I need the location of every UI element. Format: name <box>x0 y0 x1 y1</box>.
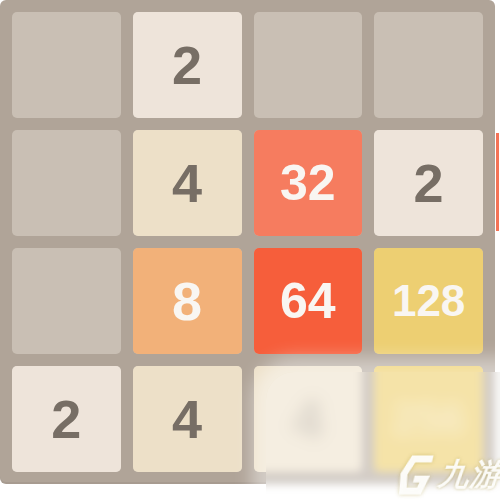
cell-r2c1 <box>12 130 121 236</box>
tile-64: 64 <box>254 248 363 354</box>
cell-r1c2: 2 <box>133 12 242 118</box>
tile-2: 2 <box>374 130 483 236</box>
cell-r3c4: 128 <box>374 248 483 354</box>
cell-r3c1 <box>12 248 121 354</box>
watermark: 九游 <box>393 451 500 499</box>
cell-r2c3: 32 <box>254 130 363 236</box>
cell-r1c3 <box>254 12 363 118</box>
cell-r4c2: 4 <box>133 366 242 472</box>
cell-r2c4: 2 <box>374 130 483 236</box>
tile-value: 64 <box>280 276 336 326</box>
tile-value: 32 <box>280 158 336 208</box>
tile-value: 8 <box>172 274 202 328</box>
tile-32: 32 <box>254 130 363 236</box>
tile-2: 2 <box>12 366 121 472</box>
screenshot: 24322864128244256 九游 <box>0 0 500 500</box>
tile-8: 8 <box>133 248 242 354</box>
cell-r3c2: 8 <box>133 248 242 354</box>
tile-value: 4 <box>172 392 202 446</box>
tile-value: 4 <box>172 156 202 210</box>
tile-value: 128 <box>392 279 465 323</box>
watermark-text: 九游 <box>436 454 500 496</box>
tile-value: 2 <box>172 38 202 92</box>
9game-logo-icon <box>393 451 438 499</box>
tile-128: 128 <box>374 248 483 354</box>
cell-r1c4 <box>374 12 483 118</box>
tile-4: 4 <box>133 366 242 472</box>
cell-r4c1: 2 <box>12 366 121 472</box>
edge-artifact <box>496 133 499 231</box>
cell-r3c3: 64 <box>254 248 363 354</box>
tile-4: 4 <box>133 130 242 236</box>
tile-value: 2 <box>51 392 81 446</box>
cell-r1c1 <box>12 12 121 118</box>
tile-2: 2 <box>133 12 242 118</box>
cell-r2c2: 4 <box>133 130 242 236</box>
tile-value: 2 <box>414 156 444 210</box>
